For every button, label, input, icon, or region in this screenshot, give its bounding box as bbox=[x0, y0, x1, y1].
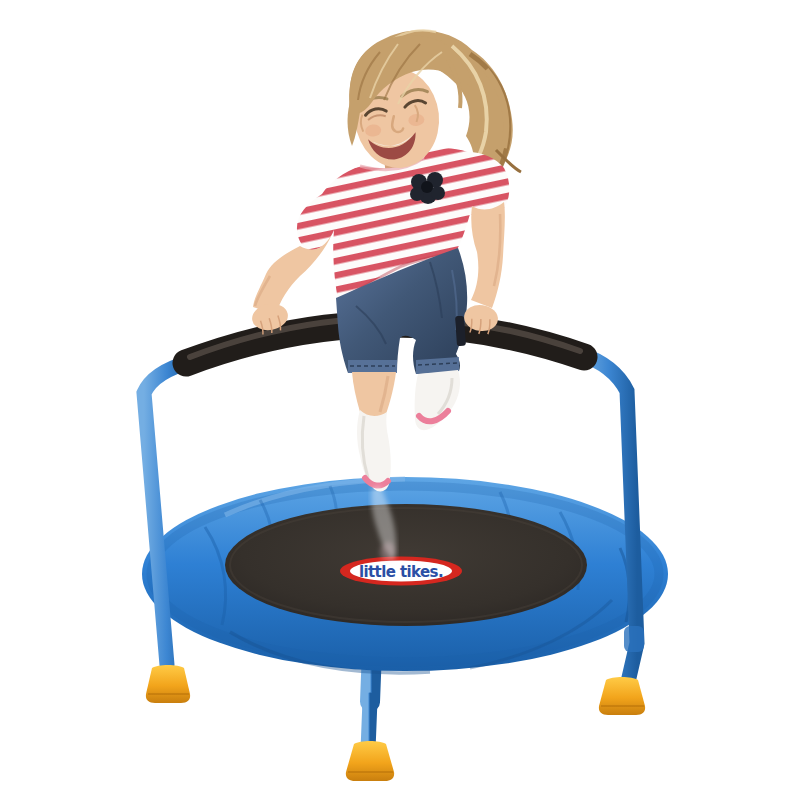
right-post-clamp bbox=[624, 626, 644, 652]
blur-tint bbox=[380, 542, 396, 562]
right-foot bbox=[599, 677, 645, 715]
trampoline-mat: little tikes. bbox=[225, 504, 587, 626]
flower-center bbox=[421, 181, 433, 193]
logo-text: little tikes. bbox=[359, 563, 443, 581]
brand-logo: little tikes. bbox=[340, 557, 462, 586]
product-photo: little tikes. bbox=[0, 0, 790, 790]
left-foot bbox=[146, 665, 190, 703]
flower-petal bbox=[431, 186, 445, 200]
trampoline-scene: little tikes. bbox=[0, 0, 790, 790]
